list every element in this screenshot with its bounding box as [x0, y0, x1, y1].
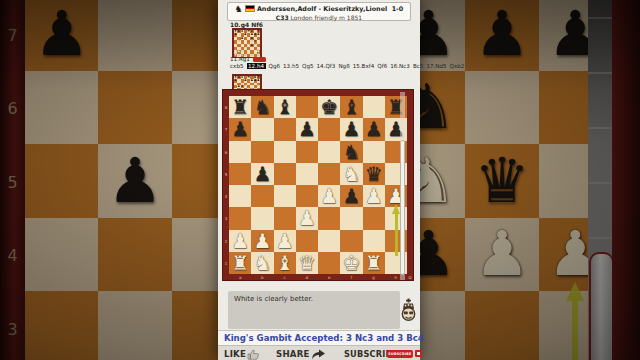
square-g8[interactable]	[363, 96, 385, 118]
file-label: g	[363, 275, 385, 280]
square-b7[interactable]	[251, 118, 273, 140]
evaluation-comment: White is clearly better.	[228, 291, 400, 329]
square-g5[interactable]: ♛	[363, 163, 385, 185]
square-g3[interactable]	[363, 207, 385, 229]
square-g7[interactable]: ♟	[363, 118, 385, 140]
square-b7	[98, 0, 171, 71]
square-d6[interactable]	[296, 141, 318, 163]
move-token[interactable]: 17.Nd5	[426, 63, 446, 69]
position-thumbnail-before: ♜♞♝♚♝♜♟♟♟♟♟♟♞♝♞♛♟♟♟♟♟♟♟♟♜♞♝♛♚♜	[232, 28, 262, 58]
square-g6[interactable]	[363, 141, 385, 163]
rank-label: 3	[224, 216, 229, 221]
white-pawn: ♟	[365, 186, 383, 206]
background-board-right-frame	[612, 0, 640, 360]
square-e7[interactable]	[318, 118, 340, 140]
black-queen: ♛	[365, 164, 383, 184]
white-rook: ♜	[231, 253, 249, 273]
square-a8[interactable]: ♜	[229, 96, 251, 118]
black-pawn: ♟	[253, 164, 271, 184]
square-c4[interactable]	[274, 185, 296, 207]
move-token[interactable]: Qg6	[269, 63, 281, 69]
share-arrow-icon[interactable]	[311, 349, 326, 360]
main-board-frame: ♜♞♝♚♝♜♟♟♟♟♟♞♟♞♛♟♟♟♟♟♟♟♟♜♞♝♛♚♜ 87654321 a…	[223, 90, 413, 280]
square-c2[interactable]: ♟	[274, 230, 296, 252]
white-pawn: ♟	[253, 231, 271, 251]
white-pawn: ♟	[231, 231, 249, 251]
black-knight: ♞	[342, 142, 360, 162]
rank-label: 4	[224, 194, 229, 199]
move-list: 11.Rg1cxb512.h4Qg613.h5Qg514.Qf3Ng815.Bx…	[230, 56, 414, 71]
background-scrollbar	[588, 0, 612, 360]
background-rank-label: 6	[0, 99, 25, 118]
background-rank-label: 4	[0, 246, 25, 265]
move-token[interactable]: 11.Rg1	[230, 56, 250, 62]
move-arrow	[395, 214, 398, 256]
game-header: ♞ Anderssen,Adolf - Kieseritzky,Lionel 1…	[227, 2, 411, 21]
square-f7[interactable]: ♟	[340, 118, 362, 140]
black-pawn: ♟	[107, 150, 163, 212]
white-pawn: ♟	[320, 186, 338, 206]
move-token[interactable]: 15.Bxf4	[353, 63, 375, 69]
square-a4	[25, 218, 98, 291]
move-token[interactable]: Qxb2	[450, 63, 465, 69]
black-queen: ♛	[474, 150, 530, 212]
square-d8[interactable]	[296, 96, 318, 118]
share-button[interactable]: SHARE	[276, 349, 310, 359]
move-token[interactable]: Bc5	[413, 63, 423, 69]
rank-label: 1	[224, 261, 229, 266]
black-pawn: ♟	[231, 119, 249, 139]
file-label: f	[340, 275, 362, 280]
square-a7: ♟	[25, 0, 98, 71]
square-c8[interactable]: ♝	[274, 96, 296, 118]
square-g6	[465, 71, 538, 144]
square-b4[interactable]	[251, 185, 273, 207]
square-b6	[98, 71, 171, 144]
board-frame-logo: ♔	[408, 275, 412, 280]
square-f2[interactable]	[340, 230, 362, 252]
file-label: e	[318, 275, 340, 280]
white-pawn: ♟	[474, 223, 530, 285]
square-f3[interactable]	[340, 207, 362, 229]
square-a3	[25, 291, 98, 360]
square-e5[interactable]	[318, 163, 340, 185]
event-subtitle: C33 London friendly m 1851	[228, 14, 410, 21]
file-label: a	[229, 275, 251, 280]
knight-logo-icon: ♞	[235, 5, 243, 13]
square-c1[interactable]: ♝	[274, 252, 296, 274]
background-scrollbar-thumb	[589, 252, 614, 360]
white-queen: ♛	[298, 253, 316, 273]
square-e1[interactable]	[318, 252, 340, 274]
square-b3	[98, 291, 171, 360]
square-f5[interactable]: ♞	[340, 163, 362, 185]
square-c7[interactable]	[274, 118, 296, 140]
square-e8[interactable]: ♚	[318, 96, 340, 118]
rank-label: 2	[224, 239, 229, 244]
smiling-king-icon	[400, 298, 417, 324]
square-d2[interactable]	[296, 230, 318, 252]
square-b5[interactable]: ♟	[251, 163, 273, 185]
move-token[interactable]: 13.h5	[283, 63, 299, 69]
black-pawn: ♟	[342, 186, 360, 206]
square-g5: ♛	[465, 144, 538, 217]
move-token[interactable]: Qf6	[377, 63, 387, 69]
square-b2[interactable]: ♟	[251, 230, 273, 252]
square-d3[interactable]: ♟	[296, 207, 318, 229]
square-e3[interactable]	[318, 207, 340, 229]
square-a7[interactable]: ♟	[229, 118, 251, 140]
move-token[interactable]: 14.Qf3	[317, 63, 336, 69]
black-pawn: ♟	[34, 3, 90, 65]
rank-label: 5	[224, 172, 229, 177]
square-g1[interactable]: ♜	[363, 252, 385, 274]
white-pawn: ♟	[298, 208, 316, 228]
square-a4[interactable]	[229, 185, 251, 207]
subscribe-button[interactable]: SUBSCRIBE	[387, 350, 413, 358]
square-b3[interactable]	[251, 207, 273, 229]
white-bishop: ♝	[276, 253, 294, 273]
square-e6[interactable]	[318, 141, 340, 163]
square-b6[interactable]	[251, 141, 273, 163]
background-rank-label: 7	[0, 26, 25, 45]
action-bar: LIKE SHARE SUBSCRIBE SUBSCRIBE	[218, 345, 420, 360]
annotation-marker[interactable]	[253, 57, 266, 63]
lead-move-text[interactable]: 10.g4 Nf6	[230, 21, 263, 28]
square-f1[interactable]: ♚	[340, 252, 362, 274]
square-c6[interactable]	[274, 141, 296, 163]
background-rank-label: 3	[0, 320, 25, 339]
like-button[interactable]: LIKE	[224, 349, 246, 359]
rank-label: 8	[224, 105, 229, 110]
black-knight: ♞	[253, 97, 271, 117]
square-d1[interactable]: ♛	[296, 252, 318, 274]
move-token[interactable]: 16.Nc3	[390, 63, 410, 69]
square-c5[interactable]	[274, 163, 296, 185]
square-c3[interactable]	[274, 207, 296, 229]
square-g2[interactable]	[363, 230, 385, 252]
square-d7[interactable]: ♟	[296, 118, 318, 140]
square-g3	[465, 291, 538, 360]
white-knight: ♞	[342, 164, 360, 184]
square-g7: ♟	[465, 0, 538, 71]
app-panel: ♞ Anderssen,Adolf - Kieseritzky,Lionel 1…	[218, 0, 420, 360]
move-token[interactable]: Ng8	[338, 63, 349, 69]
black-rook: ♜	[231, 97, 249, 117]
thumbs-up-icon[interactable]	[247, 349, 260, 360]
white-rook: ♜	[365, 253, 383, 273]
rank-label: 7	[224, 127, 229, 132]
players-title: Anderssen,Adolf - Kieseritzky,Lionel 1-0	[257, 5, 403, 13]
black-king: ♚	[320, 97, 338, 117]
square-d5[interactable]	[296, 163, 318, 185]
square-b4	[98, 218, 171, 291]
panel-scrollbar-thumb[interactable]	[400, 140, 405, 275]
square-a3[interactable]	[229, 207, 251, 229]
square-g4: ♟	[465, 218, 538, 291]
move-token[interactable]: cxb5	[230, 63, 244, 69]
square-a1[interactable]: ♜	[229, 252, 251, 274]
square-b1[interactable]: ♞	[251, 252, 273, 274]
square-d4[interactable]	[296, 185, 318, 207]
square-f6[interactable]: ♞	[340, 141, 362, 163]
square-e4[interactable]: ♟	[318, 185, 340, 207]
black-pawn: ♟	[474, 3, 530, 65]
black-pawn: ♟	[298, 119, 316, 139]
file-label: c	[274, 275, 296, 280]
move-token[interactable]: 12.h4	[247, 63, 266, 69]
file-label: d	[296, 275, 318, 280]
square-e2[interactable]	[318, 230, 340, 252]
square-f4[interactable]: ♟	[340, 185, 362, 207]
square-b8[interactable]: ♞	[251, 96, 273, 118]
file-label: b	[251, 275, 273, 280]
square-g4[interactable]: ♟	[363, 185, 385, 207]
germany-flag-icon	[245, 5, 255, 12]
rank-label: 6	[224, 150, 229, 155]
move-token[interactable]: Qg5	[302, 63, 314, 69]
square-a6	[25, 71, 98, 144]
square-f8[interactable]: ♝	[340, 96, 362, 118]
square-a5	[25, 144, 98, 217]
black-pawn: ♟	[365, 119, 383, 139]
main-chess-board[interactable]: ♜♞♝♚♝♜♟♟♟♟♟♞♟♞♛♟♟♟♟♟♟♟♟♜♞♝♛♚♜	[229, 96, 407, 274]
background-rank-label: 5	[0, 173, 25, 192]
white-pawn: ♟	[276, 231, 294, 251]
square-a2[interactable]: ♟	[229, 230, 251, 252]
square-a6[interactable]	[229, 141, 251, 163]
opening-name-link[interactable]: King's Gambit Accepted: 3 Nc3 and 3 Bc4	[218, 330, 420, 345]
black-bishop: ♝	[342, 97, 360, 117]
white-king: ♚	[342, 253, 360, 273]
black-pawn: ♟	[342, 119, 360, 139]
white-knight: ♞	[253, 253, 271, 273]
square-b5: ♟	[98, 144, 171, 217]
move-arrow-head	[392, 204, 400, 214]
square-a5[interactable]	[229, 163, 251, 185]
youtube-icon[interactable]	[415, 350, 422, 357]
black-bishop: ♝	[276, 97, 294, 117]
